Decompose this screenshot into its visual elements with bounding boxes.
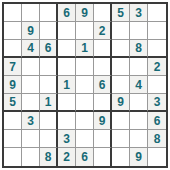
cell-r7c4-empty[interactable] <box>58 112 76 130</box>
cell-r6c5-empty[interactable] <box>76 94 94 112</box>
cell-r4c3-empty[interactable] <box>40 58 58 76</box>
cell-r5c2-empty[interactable] <box>22 76 40 94</box>
cell-r3c7-empty[interactable] <box>112 40 130 58</box>
cell-r2c2-given-9[interactable]: 9 <box>22 22 40 40</box>
cell-r1c2-empty[interactable] <box>22 4 40 22</box>
cell-r4c6-empty[interactable] <box>94 58 112 76</box>
cell-r5c8-given-4[interactable]: 4 <box>130 76 148 94</box>
cell-r7c3-empty[interactable] <box>40 112 58 130</box>
cell-r4c1-given-7[interactable]: 7 <box>4 58 22 76</box>
cell-r8c8-empty[interactable] <box>130 130 148 148</box>
cell-r5c6-given-6[interactable]: 6 <box>94 76 112 94</box>
cell-r7c5-empty[interactable] <box>76 112 94 130</box>
cell-r8c2-empty[interactable] <box>22 130 40 148</box>
cell-r8c6-empty[interactable] <box>94 130 112 148</box>
cell-r6c7-given-9[interactable]: 9 <box>112 94 130 112</box>
cell-r2c9-empty[interactable] <box>148 22 166 40</box>
cell-r3c1-empty[interactable] <box>4 40 22 58</box>
cell-r4c2-empty[interactable] <box>22 58 40 76</box>
cell-r4c8-empty[interactable] <box>130 58 148 76</box>
cell-r8c9-given-8[interactable]: 8 <box>148 130 166 148</box>
cell-r2c5-empty[interactable] <box>76 22 94 40</box>
sudoku-page: 69539246187291645193396388269 <box>0 0 170 170</box>
cell-r9c3-given-8[interactable]: 8 <box>40 148 58 166</box>
cell-r2c4-empty[interactable] <box>58 22 76 40</box>
cell-r1c5-given-9[interactable]: 9 <box>76 4 94 22</box>
cell-r9c1-empty[interactable] <box>4 148 22 166</box>
cell-r9c7-empty[interactable] <box>112 148 130 166</box>
cell-r7c6-given-9[interactable]: 9 <box>94 112 112 130</box>
cell-r3c9-empty[interactable] <box>148 40 166 58</box>
cell-r8c7-empty[interactable] <box>112 130 130 148</box>
cell-r6c8-empty[interactable] <box>130 94 148 112</box>
cell-r7c1-empty[interactable] <box>4 112 22 130</box>
cell-r2c6-given-2[interactable]: 2 <box>94 22 112 40</box>
cell-r8c1-empty[interactable] <box>4 130 22 148</box>
cell-r5c5-empty[interactable] <box>76 76 94 94</box>
cell-r6c2-empty[interactable] <box>22 94 40 112</box>
cell-r8c3-empty[interactable] <box>40 130 58 148</box>
cell-r6c6-empty[interactable] <box>94 94 112 112</box>
cell-r9c6-empty[interactable] <box>94 148 112 166</box>
cell-r3c5-given-1[interactable]: 1 <box>76 40 94 58</box>
cell-r9c5-given-6[interactable]: 6 <box>76 148 94 166</box>
cell-r4c4-empty[interactable] <box>58 58 76 76</box>
cell-r5c3-empty[interactable] <box>40 76 58 94</box>
cell-r7c9-given-6[interactable]: 6 <box>148 112 166 130</box>
cell-r1c9-empty[interactable] <box>148 4 166 22</box>
cell-r8c4-given-3[interactable]: 3 <box>58 130 76 148</box>
cell-r5c9-empty[interactable] <box>148 76 166 94</box>
cell-r6c3-given-1[interactable]: 1 <box>40 94 58 112</box>
cell-r3c6-empty[interactable] <box>94 40 112 58</box>
cell-r4c9-given-2[interactable]: 2 <box>148 58 166 76</box>
cell-r5c7-empty[interactable] <box>112 76 130 94</box>
cell-r2c8-empty[interactable] <box>130 22 148 40</box>
cell-r1c8-given-3[interactable]: 3 <box>130 4 148 22</box>
cell-r5c4-given-1[interactable]: 1 <box>58 76 76 94</box>
cell-r1c1-empty[interactable] <box>4 4 22 22</box>
cell-r9c9-empty[interactable] <box>148 148 166 166</box>
cell-r8c5-empty[interactable] <box>76 130 94 148</box>
cell-r1c7-given-5[interactable]: 5 <box>112 4 130 22</box>
cell-r7c7-empty[interactable] <box>112 112 130 130</box>
cell-r2c3-empty[interactable] <box>40 22 58 40</box>
cell-r1c3-empty[interactable] <box>40 4 58 22</box>
cell-r6c9-given-3[interactable]: 3 <box>148 94 166 112</box>
cell-r3c8-given-8[interactable]: 8 <box>130 40 148 58</box>
cell-r3c3-given-6[interactable]: 6 <box>40 40 58 58</box>
cell-r3c4-empty[interactable] <box>58 40 76 58</box>
cell-r7c2-given-3[interactable]: 3 <box>22 112 40 130</box>
cell-r1c4-given-6[interactable]: 6 <box>58 4 76 22</box>
cell-r9c4-given-2[interactable]: 2 <box>58 148 76 166</box>
cell-r2c1-empty[interactable] <box>4 22 22 40</box>
cell-r9c8-given-9[interactable]: 9 <box>130 148 148 166</box>
cell-r6c1-given-5[interactable]: 5 <box>4 94 22 112</box>
cell-r7c8-empty[interactable] <box>130 112 148 130</box>
cell-r6c4-empty[interactable] <box>58 94 76 112</box>
cell-r9c2-empty[interactable] <box>22 148 40 166</box>
cell-r3c2-given-4[interactable]: 4 <box>22 40 40 58</box>
cell-r4c5-empty[interactable] <box>76 58 94 76</box>
cell-r4c7-empty[interactable] <box>112 58 130 76</box>
cell-r1c6-empty[interactable] <box>94 4 112 22</box>
cell-r2c7-empty[interactable] <box>112 22 130 40</box>
cell-r5c1-given-9[interactable]: 9 <box>4 76 22 94</box>
sudoku-board: 69539246187291645193396388269 <box>2 2 168 168</box>
